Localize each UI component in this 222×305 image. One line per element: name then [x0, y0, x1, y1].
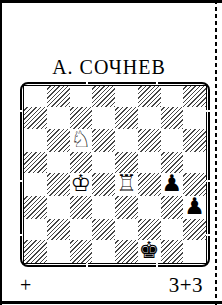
square-c6: ♘: [70, 129, 93, 152]
square-g4: ♟: [161, 173, 184, 196]
black-pawn-h3: ♟: [184, 195, 205, 218]
square-h3: ♟: [183, 196, 206, 219]
square-a5: [24, 152, 47, 173]
frame-bottom-line: [0, 301, 222, 305]
square-h6: [183, 129, 206, 152]
square-f1: ♚: [138, 240, 161, 263]
square-f8: [138, 86, 161, 107]
frame-top-line: [0, 0, 222, 3]
square-a1: [24, 240, 47, 263]
board-grid: ♘♔♖♟♟♚: [24, 86, 206, 263]
stipulation-symbol: +: [20, 274, 31, 297]
square-g3: [161, 196, 184, 219]
border-tick: [86, 263, 88, 267]
square-d1: [92, 240, 115, 263]
square-c3: [70, 196, 93, 219]
square-b6: [47, 129, 70, 152]
square-b3: [47, 196, 70, 219]
square-b4: [47, 173, 70, 196]
square-e8: [115, 86, 138, 107]
square-a7: [24, 107, 47, 128]
square-h1: [183, 240, 206, 263]
square-c4: ♔: [70, 173, 93, 196]
square-d4: [92, 173, 115, 196]
square-e1: [115, 240, 138, 263]
square-a8: [24, 86, 47, 107]
square-e7: [115, 107, 138, 128]
square-a3: [24, 196, 47, 219]
square-c1: [70, 240, 93, 263]
square-g7: [161, 107, 184, 128]
square-g2: [161, 219, 184, 240]
square-e3: [115, 196, 138, 219]
author-name: А. СОЧНЕВ: [2, 57, 216, 79]
square-h5: [183, 152, 206, 173]
border-tick: [156, 263, 158, 267]
border-tick: [206, 110, 210, 112]
square-d6: [92, 129, 115, 152]
border-tick: [86, 81, 88, 85]
square-g1: [161, 240, 184, 263]
material-count: 3+3: [169, 273, 203, 298]
border-tick: [156, 81, 158, 85]
square-b1: [47, 240, 70, 263]
border-tick: [206, 234, 210, 236]
square-b7: [47, 107, 70, 128]
border-tick: [19, 180, 23, 182]
square-h2: [183, 219, 206, 240]
square-f7: [138, 107, 161, 128]
square-e4: ♖: [115, 173, 138, 196]
white-rook-e4: ♖: [116, 172, 137, 195]
border-tick: [206, 180, 210, 182]
square-c8: [70, 86, 93, 107]
square-f3: [138, 196, 161, 219]
square-f6: [138, 129, 161, 152]
square-a4: [24, 173, 47, 196]
square-e2: [115, 219, 138, 240]
square-d8: [92, 86, 115, 107]
square-b5: [47, 152, 70, 173]
border-tick: [19, 110, 23, 112]
square-b2: [47, 219, 70, 240]
white-king-c4: ♔: [71, 172, 92, 195]
black-pawn-g4: ♟: [162, 172, 183, 195]
square-h8: [183, 86, 206, 107]
square-f4: [138, 173, 161, 196]
square-f5: [138, 152, 161, 173]
square-c2: [70, 219, 93, 240]
square-d7: [92, 107, 115, 128]
square-d2: [92, 219, 115, 240]
black-king-f1: ♚: [139, 239, 160, 262]
square-h7: [183, 107, 206, 128]
white-knight-c6: ♘: [71, 128, 92, 151]
square-b8: [47, 86, 70, 107]
square-g8: [161, 86, 184, 107]
chessboard: ♘♔♖♟♟♚: [20, 82, 210, 267]
border-tick: [19, 234, 23, 236]
square-a6: [24, 129, 47, 152]
square-g6: [161, 129, 184, 152]
page: А. СОЧНЕВ «Победа-60» 4 приз 2005 ♘♔♖♟♟♚…: [0, 0, 222, 305]
square-d3: [92, 196, 115, 219]
board-inner-border: ♘♔♖♟♟♚: [23, 85, 207, 264]
square-e6: [115, 129, 138, 152]
square-a2: [24, 219, 47, 240]
square-d5: [92, 152, 115, 173]
